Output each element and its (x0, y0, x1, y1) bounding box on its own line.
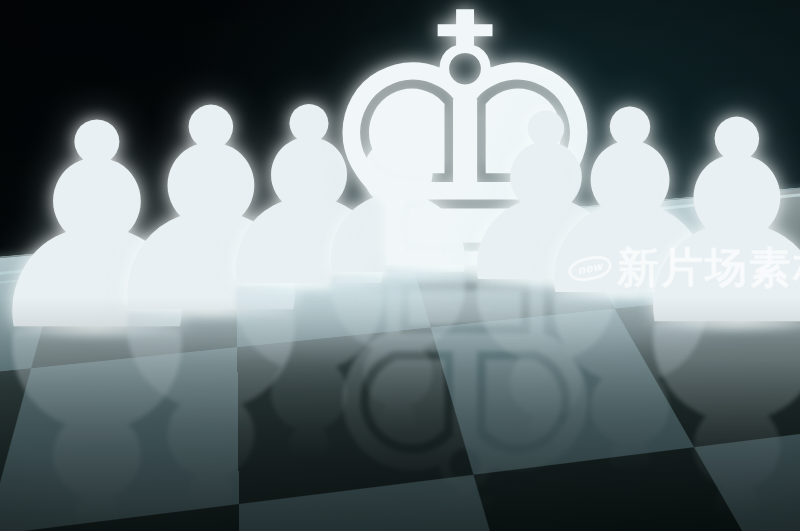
white-pawn-glyph: ♟ (611, 84, 800, 364)
pieces-layer: ♟♟♟♟♟♟♟♟♚♚♟♟♟♟♟♟ (0, 0, 800, 531)
chess-photo-stage: ♟♟♟♟♟♟♟♟♚♚♟♟♟♟♟♟ new 新片场素材 (0, 0, 800, 531)
